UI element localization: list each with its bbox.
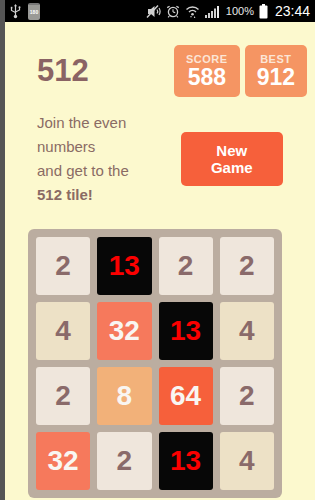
tile-r0c1: 13 [97, 237, 151, 295]
status-left: 180 [10, 3, 40, 20]
tile-r2c1: 8 [97, 367, 151, 425]
tile-r0c3: 2 [220, 237, 274, 295]
score-label: SCORE [186, 53, 228, 65]
clock: 23:44 [275, 3, 310, 19]
usb-icon [10, 4, 21, 19]
battery-widget-label: 180 [30, 9, 38, 15]
intro-goal: 512 tile! [37, 186, 93, 203]
tile-r3c1: 2 [97, 432, 151, 490]
best-value: 912 [257, 65, 295, 90]
vibrate-mute-icon [146, 5, 161, 18]
tile-r2c2: 64 [159, 367, 213, 425]
header: 512 SCORE 588 BEST 912 [5, 22, 315, 97]
battery-icon [259, 4, 268, 19]
tile-r1c0: 4 [36, 302, 90, 360]
tile-r1c2: 13 [159, 302, 213, 360]
intro-line1: Join the even numbers [37, 114, 126, 155]
tile-r2c0: 2 [36, 367, 90, 425]
best-box: BEST 912 [245, 45, 307, 97]
tile-r3c0: 32 [36, 432, 90, 490]
score-panel: SCORE 588 BEST 912 [174, 45, 307, 97]
battery-percent: 100% [226, 5, 254, 17]
best-label: BEST [260, 53, 291, 65]
intro-line2-prefix: and get to the [37, 162, 129, 179]
signal-icon [205, 5, 221, 18]
status-bar: 180 [5, 0, 315, 22]
tile-r3c3: 4 [220, 432, 274, 490]
tile-r2c3: 2 [220, 367, 274, 425]
page-title: 512 [37, 54, 89, 88]
battery-widget-icon: 180 [28, 3, 40, 20]
new-game-button[interactable]: New Game [181, 132, 284, 186]
tile-r3c2: 13 [159, 432, 213, 490]
tile-r1c3: 4 [220, 302, 274, 360]
game-board[interactable]: 2 13 2 2 4 32 13 4 2 8 64 2 32 2 13 4 [28, 229, 282, 498]
tile-r1c1: 32 [97, 302, 151, 360]
app-screen: 180 [5, 0, 315, 500]
alarm-icon [166, 5, 180, 18]
score-value: 588 [188, 65, 226, 90]
intro-text: Join the even numbers and get to the 512… [37, 111, 181, 207]
wifi-icon [185, 5, 200, 18]
tile-r0c2: 2 [159, 237, 213, 295]
intro-row: Join the even numbers and get to the 512… [5, 97, 315, 207]
status-right: 100% 23:44 [146, 3, 310, 19]
score-box: SCORE 588 [174, 45, 240, 97]
tile-r0c0: 2 [36, 237, 90, 295]
